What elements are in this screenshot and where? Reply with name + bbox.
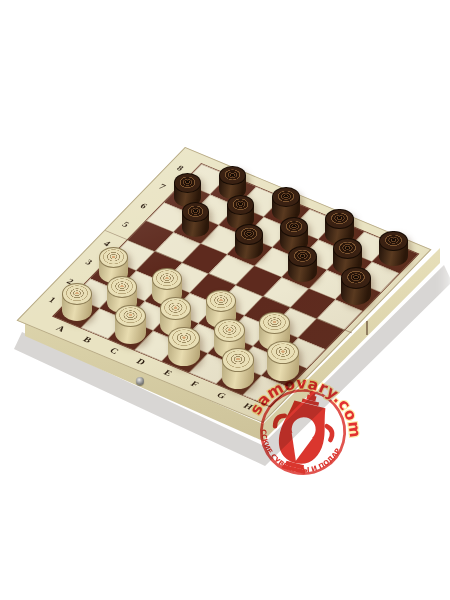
piece-top (168, 327, 200, 350)
piece-light-g1[interactable] (222, 348, 255, 388)
rank-label-5: 5 (115, 218, 135, 231)
file-label-d: D (131, 356, 151, 369)
file-label-g: G (211, 389, 231, 402)
piece-top (272, 187, 299, 207)
piece-light-c1[interactable] (115, 305, 146, 344)
piece-top (174, 173, 201, 192)
piece-top (107, 276, 137, 298)
hinge-screw (136, 377, 144, 385)
file-label-f: F (184, 378, 204, 391)
piece-dark-f6[interactable] (288, 246, 317, 282)
piece-dark-h6[interactable] (341, 267, 371, 304)
rank-label-7: 7 (152, 181, 172, 194)
piece-top (379, 231, 408, 252)
piece-top (160, 297, 191, 319)
piece-top (206, 290, 237, 312)
piece-top (152, 268, 182, 290)
piece-top (214, 319, 246, 342)
piece-top (219, 166, 246, 185)
file-label-a: A (50, 322, 70, 335)
piece-top (288, 246, 317, 267)
rank-label-3: 3 (78, 256, 98, 269)
pieces-layer (0, 0, 450, 600)
piece-top (325, 209, 353, 229)
piece-dark-h8[interactable] (379, 231, 408, 267)
rank-label-6: 6 (133, 200, 153, 213)
piece-dark-d6[interactable] (235, 224, 264, 259)
product-photo: 12345678ABCDEFGH samovary.com РУССКИЕ СУ… (0, 0, 450, 600)
fold-seam-edge (366, 321, 368, 335)
piece-light-e1[interactable] (168, 327, 200, 367)
piece-top (222, 348, 255, 371)
file-label-b: B (77, 334, 97, 347)
piece-top (235, 224, 264, 245)
rank-label-1: 1 (42, 294, 62, 307)
piece-top (227, 195, 255, 215)
file-label-e: E (157, 367, 177, 380)
piece-dark-b8[interactable] (219, 166, 246, 199)
file-label-c: C (104, 345, 124, 358)
piece-top (99, 247, 128, 268)
piece-top (280, 217, 308, 237)
piece-light-a1[interactable] (62, 283, 92, 321)
piece-dark-b6[interactable] (182, 202, 210, 236)
